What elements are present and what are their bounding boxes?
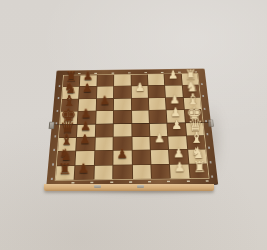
photo-background: ♜♟♟♜♞♟♟♞♝♟♟♝♚♟♟♚♛♟♟♛♝♟♟♝♞♟♟♞♜♟♟♜ bbox=[0, 0, 267, 250]
square-f5 bbox=[114, 98, 131, 110]
square-d7: ♟ bbox=[77, 124, 95, 137]
square-e2: ♟ bbox=[167, 110, 185, 122]
square-c6 bbox=[95, 137, 113, 150]
square-a8: ♜ bbox=[56, 166, 75, 180]
square-d3 bbox=[150, 123, 168, 136]
hinge-left-icon bbox=[49, 122, 55, 130]
square-g7: ♟ bbox=[79, 87, 96, 99]
square-a3 bbox=[151, 164, 170, 178]
square-b7 bbox=[76, 151, 94, 165]
chessboard: ♜♟♟♜♞♟♟♞♝♟♟♝♚♟♟♚♛♟♟♛♝♟♟♝♞♟♟♞♜♟♟♜ bbox=[46, 68, 218, 187]
latch-plate-2 bbox=[137, 185, 144, 188]
white-rook: ♜ bbox=[182, 65, 198, 85]
square-h7: ♟ bbox=[80, 75, 97, 86]
square-c7: ♟ bbox=[77, 137, 95, 150]
square-f4 bbox=[131, 98, 148, 110]
square-f1: ♝ bbox=[183, 97, 201, 109]
square-d2: ♟ bbox=[168, 123, 186, 136]
square-e7: ♟ bbox=[78, 111, 95, 123]
square-g5 bbox=[114, 86, 130, 98]
square-c2 bbox=[168, 136, 186, 149]
square-h8: ♜ bbox=[63, 75, 80, 86]
square-f8: ♝ bbox=[61, 99, 78, 111]
square-c1: ♝ bbox=[187, 136, 206, 149]
square-a6 bbox=[94, 165, 112, 179]
square-a4 bbox=[132, 165, 150, 179]
black-rook: ♜ bbox=[63, 67, 79, 87]
square-h6 bbox=[97, 75, 113, 86]
square-g2 bbox=[165, 86, 182, 98]
square-c3: ♟ bbox=[150, 136, 168, 149]
square-g8: ♞ bbox=[62, 87, 79, 99]
square-c8: ♝ bbox=[58, 138, 76, 151]
square-b6 bbox=[95, 151, 113, 165]
square-h3 bbox=[148, 74, 165, 85]
hinge-right-icon bbox=[208, 120, 214, 127]
square-f2: ♟ bbox=[166, 98, 183, 110]
square-h2: ♟ bbox=[165, 74, 182, 85]
square-a1: ♜ bbox=[189, 164, 208, 178]
box-side-panel bbox=[44, 184, 214, 191]
square-e5 bbox=[114, 111, 131, 123]
square-d1: ♛ bbox=[186, 123, 204, 136]
square-g3 bbox=[148, 86, 165, 98]
square-d5 bbox=[114, 124, 131, 137]
square-b4 bbox=[132, 150, 150, 164]
square-e3 bbox=[149, 110, 166, 122]
square-b8: ♞ bbox=[57, 152, 76, 166]
square-g1: ♞ bbox=[182, 85, 199, 97]
square-c4 bbox=[132, 137, 150, 150]
square-h5 bbox=[114, 75, 130, 86]
square-g6 bbox=[97, 87, 114, 99]
latch-plate-1 bbox=[94, 185, 101, 188]
board-grid: ♜♟♟♜♞♟♟♞♝♟♟♝♚♟♟♚♛♟♟♛♝♟♟♝♞♟♟♞♜♟♟♜ bbox=[56, 74, 209, 180]
square-a5 bbox=[113, 165, 131, 179]
black-pawn: ♟ bbox=[80, 67, 96, 87]
white-pawn: ♟ bbox=[165, 66, 181, 86]
square-d6 bbox=[96, 124, 113, 137]
square-e1: ♚ bbox=[184, 110, 202, 122]
square-b2: ♟ bbox=[169, 150, 188, 164]
board-scene: ♜♟♟♜♞♟♟♞♝♟♟♝♚♟♟♚♛♟♟♛♝♟♟♝♞♟♟♞♜♟♟♜ bbox=[44, 13, 218, 187]
square-b1: ♞ bbox=[188, 150, 207, 164]
square-b5: ♟ bbox=[114, 151, 132, 165]
square-h4 bbox=[131, 75, 147, 86]
square-b3 bbox=[151, 150, 169, 164]
square-e8: ♚ bbox=[60, 112, 78, 124]
square-f3 bbox=[149, 98, 166, 110]
square-a7: ♟ bbox=[75, 166, 94, 180]
square-f6: ♟ bbox=[96, 99, 113, 111]
square-e6 bbox=[96, 111, 113, 123]
square-e4 bbox=[132, 111, 149, 123]
square-a2: ♟ bbox=[170, 164, 189, 178]
square-f7 bbox=[79, 99, 96, 111]
square-d4 bbox=[132, 123, 149, 136]
square-c5 bbox=[114, 137, 132, 150]
square-h1: ♜ bbox=[181, 74, 198, 85]
square-d8: ♛ bbox=[59, 124, 77, 137]
square-g4: ♟ bbox=[131, 86, 148, 98]
